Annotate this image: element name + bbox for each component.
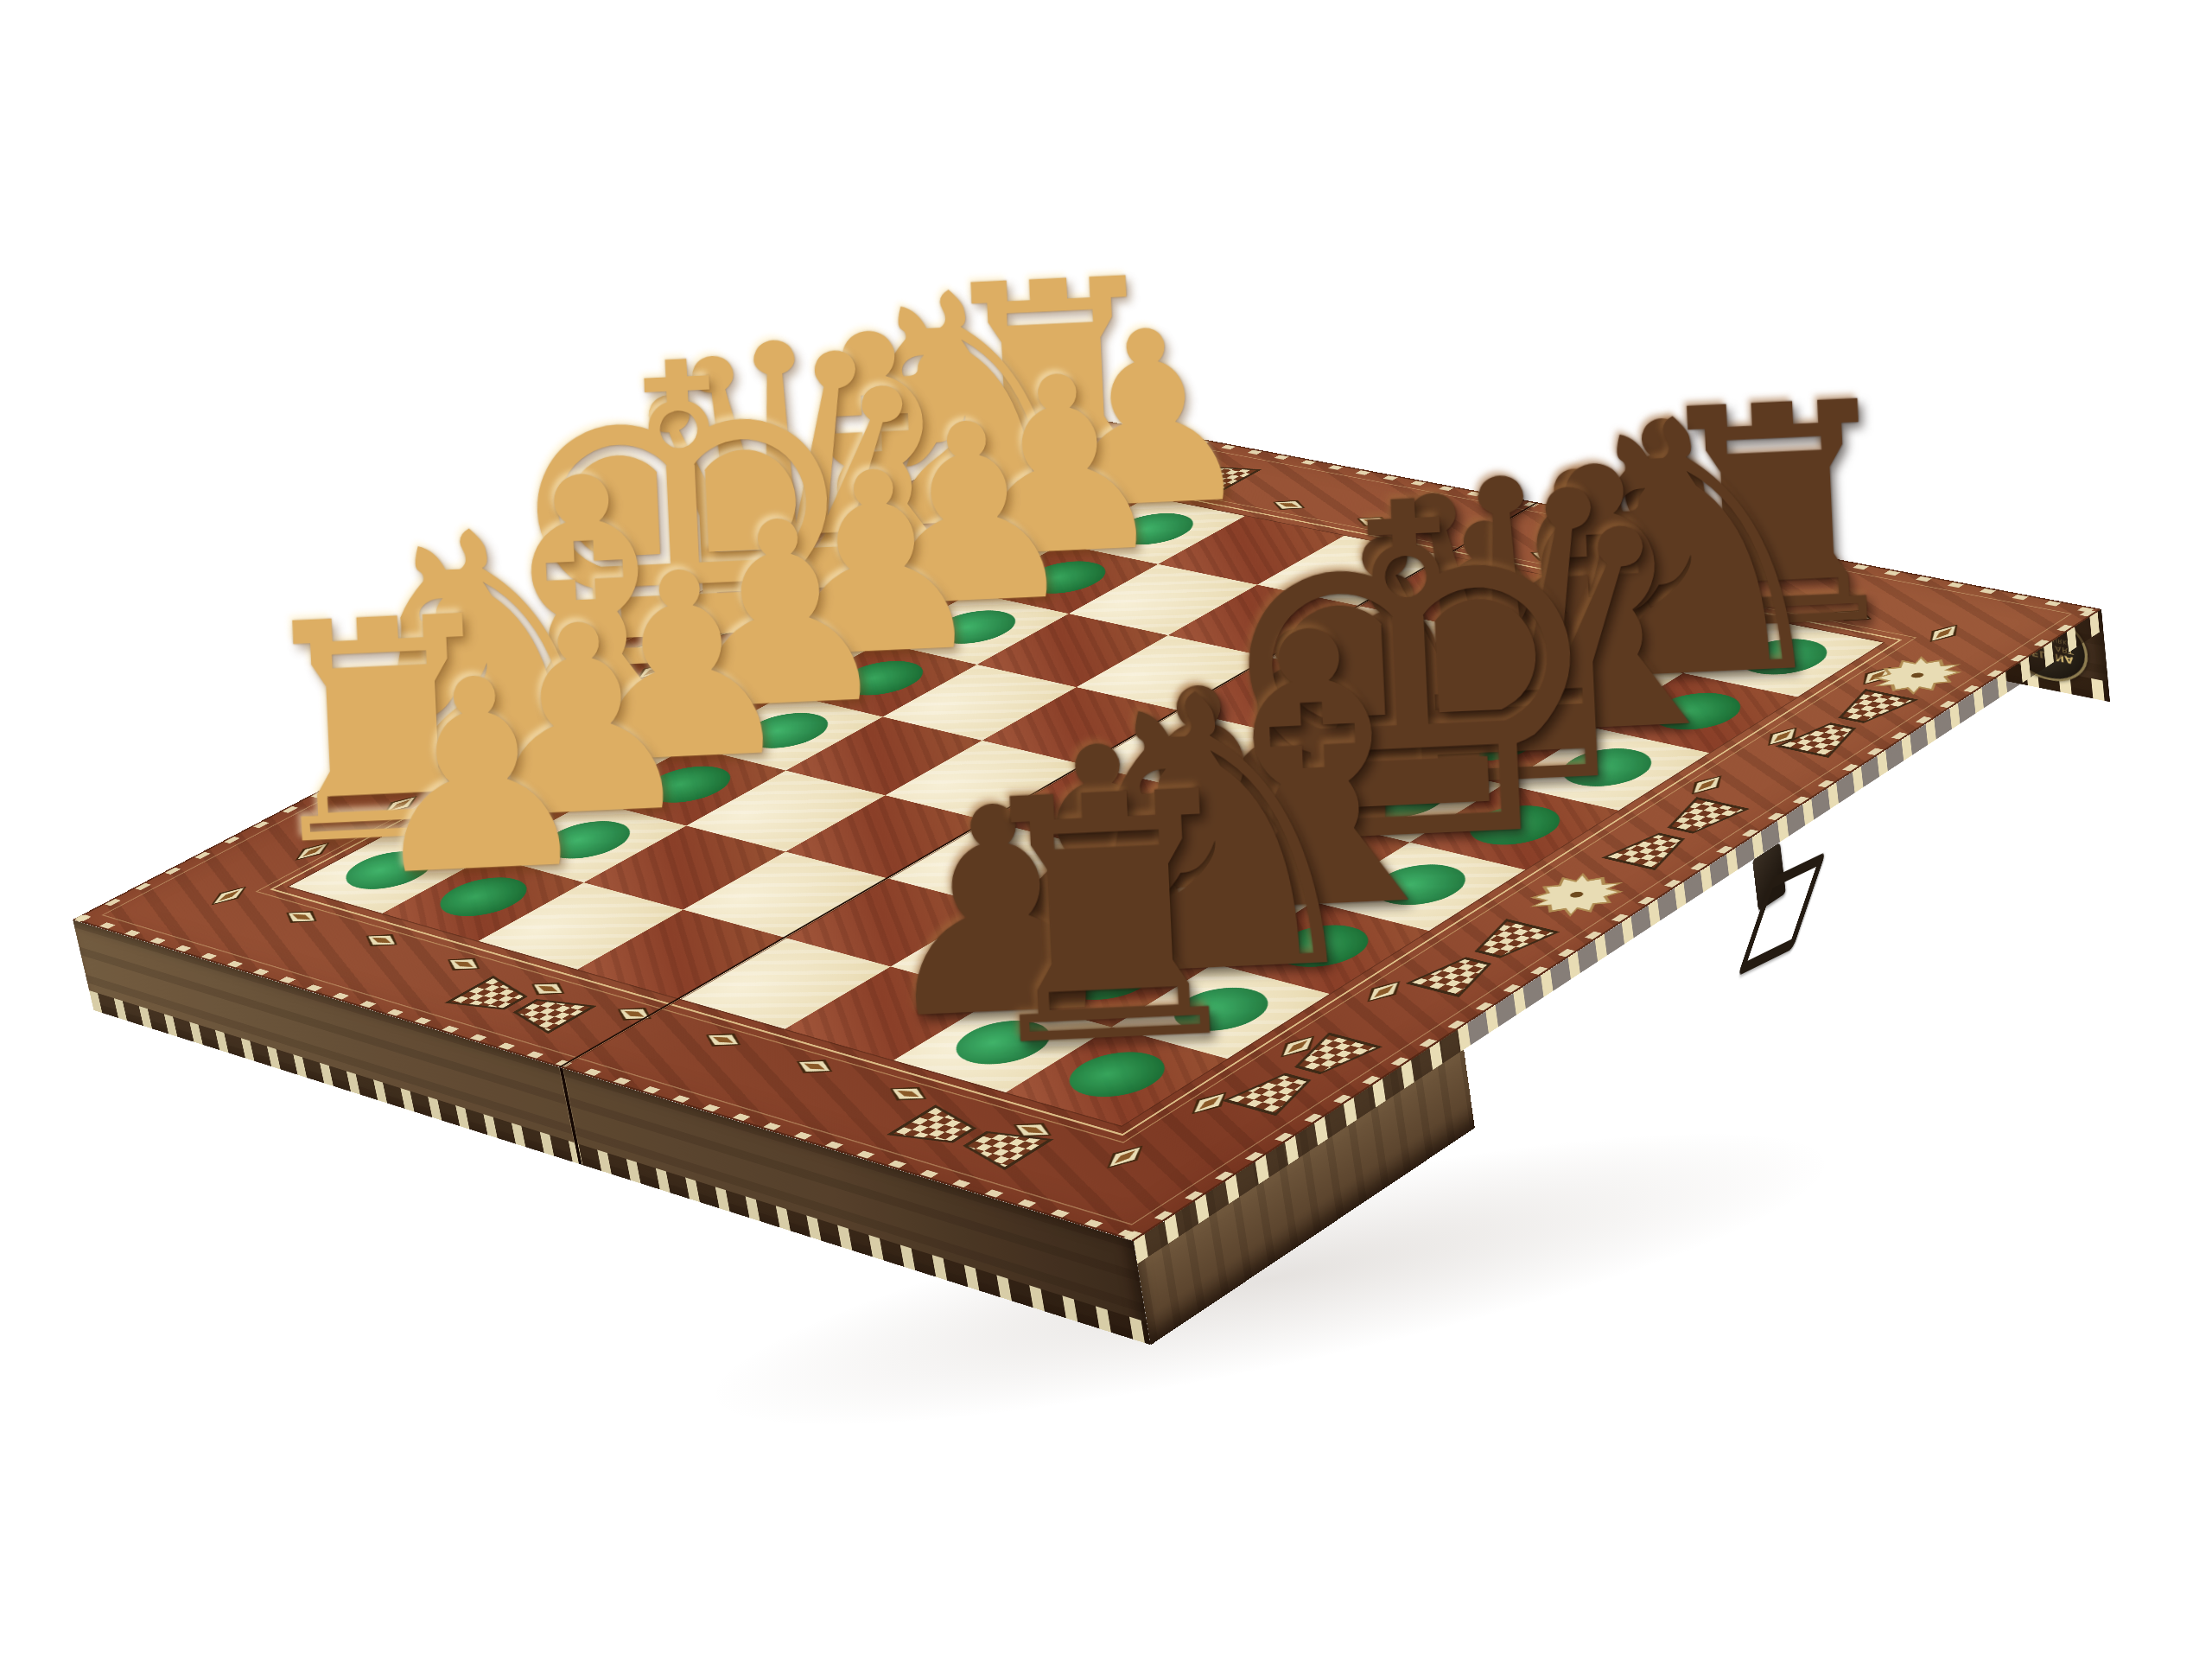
white-pawn-glyph: ♟ [245, 633, 711, 916]
product-photo: ♜♞♝♛♚♝♞♜♟♟♟♟♟♟♟♟♟♟♟♟♟♟♟♟♜♞♝♛♚♝♞♜ HELENA [0, 0, 2212, 1661]
black-rook-glyph: ♜ [852, 739, 1366, 1098]
chess-box: ♜♞♝♛♚♝♞♜♟♟♟♟♟♟♟♟♟♟♟♟♟♟♟♟♜♞♝♛♚♝♞♜ HELENA [73, 410, 2101, 1241]
